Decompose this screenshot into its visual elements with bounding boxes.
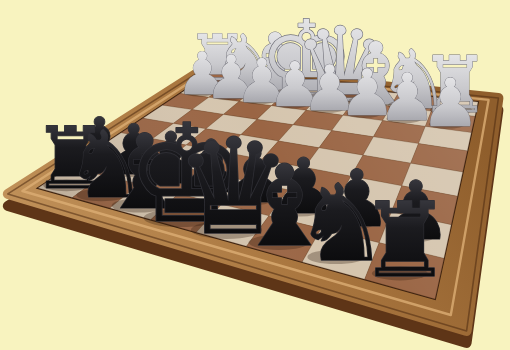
piece-black-rook[interactable]: ♜	[359, 180, 452, 300]
piece-white-pawn[interactable]: ♟	[421, 64, 481, 142]
chess-board[interactable]: ♜♞♝♚♟♛♟♟♝♟♞♟♜♟♟♟♟♟♟♜♟♞♟♝♟♚♟♛♟♝♞♜	[0, 0, 510, 350]
chessboard-3d-scene: ♜♞♝♚♟♛♟♟♝♟♞♟♜♟♟♟♟♟♟♜♟♞♟♝♟♚♟♛♟♝♞♜	[0, 0, 510, 350]
